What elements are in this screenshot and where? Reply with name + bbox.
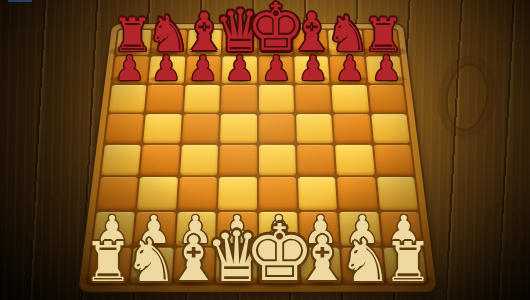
piece-red-pawn[interactable]: ♟ xyxy=(151,51,182,85)
screen-edge-artifact xyxy=(8,0,32,2)
piece-red-pawn[interactable]: ♟ xyxy=(114,51,145,85)
piece-red-pawn[interactable]: ♟ xyxy=(188,51,219,85)
piece-red-pawn[interactable]: ♟ xyxy=(224,51,255,85)
pieces-layer: ♜♞♝♛♚♝♞♜♟♟♟♟♟♟♟♟♟♟♟♟♟♟♟♟♜♞♝♛♚♝♞♜ xyxy=(0,0,530,300)
piece-gold-rook[interactable]: ♜ xyxy=(383,234,432,289)
piece-red-pawn[interactable]: ♟ xyxy=(334,51,365,85)
piece-red-pawn[interactable]: ♟ xyxy=(371,51,402,85)
piece-red-pawn[interactable]: ♟ xyxy=(298,51,329,85)
piece-red-pawn[interactable]: ♟ xyxy=(261,51,292,85)
chess-game-scene: ♜♞♝♛♚♝♞♜♟♟♟♟♟♟♟♟♟♟♟♟♟♟♟♟♜♞♝♛♚♝♞♜ xyxy=(0,0,530,300)
